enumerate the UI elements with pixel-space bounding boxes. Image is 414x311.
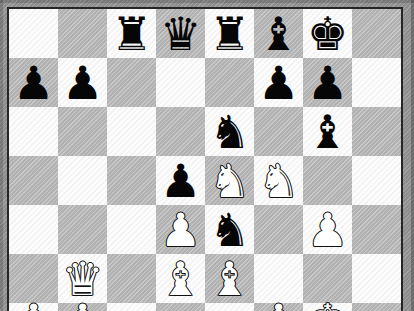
square-c3[interactable]: [107, 254, 156, 303]
chess-board: ♜♛♜♝♚♟♟♟♟♞♝♟♞♞♟♞♟♛♝♝♟♟♟♚: [9, 9, 401, 311]
piece-black-pawn-a7[interactable]: ♟: [9, 58, 58, 107]
square-f4[interactable]: [254, 205, 303, 254]
square-e7[interactable]: [205, 58, 254, 107]
square-b4[interactable]: [58, 205, 107, 254]
board-frame: ♜♛♜♝♚♟♟♟♟♞♝♟♞♞♟♞♟♛♝♝♟♟♟♚: [7, 7, 403, 311]
square-c7[interactable]: [107, 58, 156, 107]
square-b8[interactable]: [58, 9, 107, 58]
square-h2[interactable]: [352, 303, 401, 311]
square-h5[interactable]: [352, 156, 401, 205]
square-a5[interactable]: [9, 156, 58, 205]
square-a8[interactable]: [9, 9, 58, 58]
piece-black-queen-d8[interactable]: ♛: [156, 9, 205, 58]
piece-black-rook-e8[interactable]: ♜: [205, 9, 254, 58]
square-b6[interactable]: [58, 107, 107, 156]
piece-white-knight-f5[interactable]: ♞: [254, 156, 303, 205]
piece-white-pawn-d4[interactable]: ♟: [156, 205, 205, 254]
piece-white-pawn-g4[interactable]: ♟: [303, 205, 352, 254]
piece-black-pawn-b7[interactable]: ♟: [58, 58, 107, 107]
piece-black-bishop-f8[interactable]: ♝: [254, 9, 303, 58]
chess-diagram: ♜♛♜♝♚♟♟♟♟♞♝♟♞♞♟♞♟♛♝♝♟♟♟♚: [0, 0, 414, 311]
piece-white-knight-e5[interactable]: ♞: [205, 156, 254, 205]
square-h6[interactable]: [352, 107, 401, 156]
square-h4[interactable]: [352, 205, 401, 254]
square-f6[interactable]: [254, 107, 303, 156]
piece-black-rook-c8[interactable]: ♜: [107, 9, 156, 58]
square-h7[interactable]: [352, 58, 401, 107]
piece-white-pawn-a2[interactable]: ♟: [9, 296, 58, 311]
square-c4[interactable]: [107, 205, 156, 254]
piece-black-bishop-g6[interactable]: ♝: [303, 107, 352, 156]
piece-black-king-g8[interactable]: ♚: [303, 9, 352, 58]
piece-black-pawn-g7[interactable]: ♟: [303, 58, 352, 107]
square-d7[interactable]: [156, 58, 205, 107]
piece-white-pawn-b2[interactable]: ♟: [58, 296, 107, 311]
piece-white-king-g2[interactable]: ♚: [303, 296, 352, 311]
piece-white-bishop-d3[interactable]: ♝: [156, 254, 205, 303]
square-c6[interactable]: [107, 107, 156, 156]
square-h8[interactable]: [352, 9, 401, 58]
square-a6[interactable]: [9, 107, 58, 156]
square-b5[interactable]: [58, 156, 107, 205]
piece-black-pawn-d5[interactable]: ♟: [156, 156, 205, 205]
square-c2[interactable]: [107, 303, 156, 311]
square-g5[interactable]: [303, 156, 352, 205]
piece-white-pawn-f2[interactable]: ♟: [254, 296, 303, 311]
piece-black-knight-e4[interactable]: ♞: [205, 205, 254, 254]
square-h3[interactable]: [352, 254, 401, 303]
square-d6[interactable]: [156, 107, 205, 156]
square-a4[interactable]: [9, 205, 58, 254]
piece-white-bishop-e3[interactable]: ♝: [205, 254, 254, 303]
piece-black-pawn-f7[interactable]: ♟: [254, 58, 303, 107]
square-c5[interactable]: [107, 156, 156, 205]
piece-black-knight-e6[interactable]: ♞: [205, 107, 254, 156]
